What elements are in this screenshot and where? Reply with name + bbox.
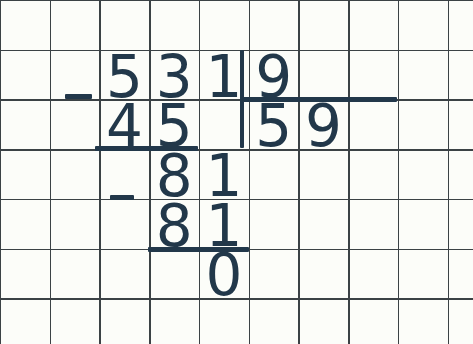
minus-sign-step2	[110, 195, 134, 200]
squared-paper-board: 5319455981810	[0, 0, 473, 344]
minus-sign-step1	[65, 94, 92, 99]
quotient-horizontal-bar	[240, 97, 398, 102]
digit-cell-r2c5: 5	[249, 101, 299, 151]
digit-cell-r2c6: 9	[299, 101, 349, 151]
digit-cell-r4c3: 8	[149, 201, 199, 251]
digit-cell-r2c2: 4	[100, 101, 150, 151]
subtraction-rule-81	[148, 247, 249, 252]
subtraction-rule-45	[95, 146, 198, 151]
digit-cell-r5c4: 0	[199, 251, 249, 301]
